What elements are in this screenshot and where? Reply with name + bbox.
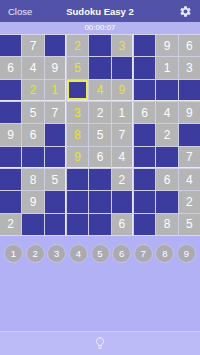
cell-r1c2[interactable]: 7 — [22, 35, 43, 56]
lightbulb-icon — [94, 336, 106, 351]
cell-r1c3[interactable] — [45, 35, 66, 56]
cell-r2c7[interactable] — [134, 57, 155, 78]
cell-r2c3[interactable]: 9 — [45, 57, 66, 78]
cell-r5c2[interactable]: 6 — [22, 124, 43, 145]
cell-r3c4[interactable] — [67, 80, 88, 101]
cell-r2c6[interactable] — [112, 57, 133, 78]
cell-r9c5[interactable] — [89, 214, 110, 235]
number-button-2[interactable]: 2 — [26, 244, 45, 263]
cell-r5c5[interactable]: 5 — [89, 124, 110, 145]
cell-r3c2[interactable]: 2 — [22, 80, 43, 101]
cell-r2c5[interactable] — [89, 57, 110, 78]
cell-r6c7[interactable] — [134, 147, 155, 168]
cell-r7c5[interactable] — [89, 169, 110, 190]
cell-r8c9[interactable]: 2 — [179, 191, 200, 212]
cell-r8c5[interactable] — [89, 191, 110, 212]
cell-r6c8[interactable] — [156, 147, 177, 168]
cell-r1c8[interactable]: 9 — [156, 35, 177, 56]
number-button-6[interactable]: 6 — [112, 244, 131, 263]
settings-button[interactable] — [179, 5, 192, 18]
cell-r4c1[interactable] — [0, 102, 21, 123]
cell-r8c6[interactable] — [112, 191, 133, 212]
cell-r7c8[interactable]: 6 — [156, 169, 177, 190]
cell-r5c7[interactable] — [134, 124, 155, 145]
cell-r4c9[interactable]: 9 — [179, 102, 200, 123]
cell-r8c1[interactable] — [0, 191, 21, 212]
cell-r9c3[interactable] — [45, 214, 66, 235]
cell-r2c9[interactable]: 3 — [179, 57, 200, 78]
cell-r9c4[interactable] — [67, 214, 88, 235]
cell-r1c5[interactable] — [89, 35, 110, 56]
cell-r9c1[interactable]: 2 — [0, 214, 21, 235]
sudoku-app: Close Sudoku Easy 2 00:00:07 72396649513… — [0, 0, 200, 355]
number-button-3[interactable]: 3 — [47, 244, 66, 263]
cell-r2c2[interactable]: 4 — [22, 57, 43, 78]
cell-r4c3[interactable]: 7 — [45, 102, 66, 123]
number-button-8[interactable]: 8 — [155, 244, 174, 263]
cell-r3c7[interactable] — [134, 80, 155, 101]
cell-r5c8[interactable]: 2 — [156, 124, 177, 145]
footer-bar — [0, 331, 200, 355]
cell-r3c9[interactable] — [179, 80, 200, 101]
cell-r9c9[interactable]: 5 — [179, 214, 200, 235]
cell-r5c3[interactable] — [45, 124, 66, 145]
cell-r3c6[interactable]: 9 — [112, 80, 133, 101]
cell-r2c4[interactable]: 5 — [67, 57, 88, 78]
cell-r2c8[interactable]: 1 — [156, 57, 177, 78]
cell-r9c6[interactable]: 6 — [112, 214, 133, 235]
cell-r8c7[interactable] — [134, 191, 155, 212]
cell-r5c4[interactable]: 8 — [67, 124, 88, 145]
cell-r4c7[interactable]: 6 — [134, 102, 155, 123]
cell-r3c3[interactable]: 1 — [45, 80, 66, 101]
number-buttons: 123456789 — [0, 243, 200, 264]
cell-r6c4[interactable]: 9 — [67, 147, 88, 168]
cell-r4c2[interactable]: 5 — [22, 102, 43, 123]
cell-r6c3[interactable] — [45, 147, 66, 168]
cell-r9c2[interactable] — [22, 214, 43, 235]
cell-r5c6[interactable]: 7 — [112, 124, 133, 145]
number-button-4[interactable]: 4 — [69, 244, 88, 263]
cell-r7c6[interactable]: 2 — [112, 169, 133, 190]
cell-r4c6[interactable]: 1 — [112, 102, 133, 123]
header-bar: Close Sudoku Easy 2 — [0, 0, 200, 22]
cell-r8c2[interactable]: 9 — [22, 191, 43, 212]
gear-icon — [179, 5, 192, 18]
hint-button[interactable] — [93, 336, 107, 352]
cell-r5c9[interactable] — [179, 124, 200, 145]
cell-r6c5[interactable]: 6 — [89, 147, 110, 168]
cell-r7c7[interactable] — [134, 169, 155, 190]
cell-r7c4[interactable] — [67, 169, 88, 190]
cell-r1c7[interactable] — [134, 35, 155, 56]
cell-r1c6[interactable]: 3 — [112, 35, 133, 56]
cell-r8c3[interactable] — [45, 191, 66, 212]
cell-r7c2[interactable]: 8 — [22, 169, 43, 190]
timer: 00:00:07 — [0, 22, 200, 34]
sudoku-grid: 7239664951321495732164996857296478526492… — [0, 34, 200, 236]
cell-r5c1[interactable]: 9 — [0, 124, 21, 145]
number-button-7[interactable]: 7 — [134, 244, 153, 263]
cell-r6c9[interactable]: 7 — [179, 147, 200, 168]
cell-r9c7[interactable] — [134, 214, 155, 235]
cell-r1c4[interactable]: 2 — [67, 35, 88, 56]
cell-r7c3[interactable]: 5 — [45, 169, 66, 190]
close-button[interactable]: Close — [8, 6, 32, 17]
cell-r1c9[interactable]: 6 — [179, 35, 200, 56]
cell-r8c4[interactable] — [67, 191, 88, 212]
cell-r3c5[interactable]: 4 — [89, 80, 110, 101]
cell-r4c8[interactable]: 4 — [156, 102, 177, 123]
cell-r6c6[interactable]: 4 — [112, 147, 133, 168]
cell-r7c9[interactable]: 4 — [179, 169, 200, 190]
number-button-5[interactable]: 5 — [91, 244, 110, 263]
cell-r1c1[interactable] — [0, 35, 21, 56]
cell-r6c2[interactable] — [22, 147, 43, 168]
cell-r3c8[interactable] — [156, 80, 177, 101]
cell-r4c5[interactable]: 2 — [89, 102, 110, 123]
cell-r3c1[interactable] — [0, 80, 21, 101]
cell-r6c1[interactable] — [0, 147, 21, 168]
cell-r9c8[interactable]: 8 — [156, 214, 177, 235]
number-button-1[interactable]: 1 — [4, 244, 23, 263]
cell-r8c8[interactable] — [156, 191, 177, 212]
cell-r7c1[interactable] — [0, 169, 21, 190]
number-button-9[interactable]: 9 — [177, 244, 196, 263]
cell-r4c4[interactable]: 3 — [67, 102, 88, 123]
cell-r2c1[interactable]: 6 — [0, 57, 21, 78]
